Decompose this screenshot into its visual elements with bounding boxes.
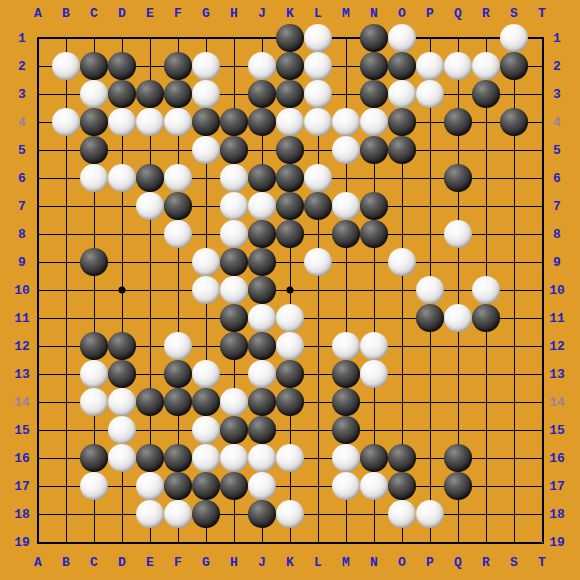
black-stone-H9[interactable] (220, 248, 248, 276)
column-label-top: E (146, 6, 154, 21)
black-stone-Q17[interactable] (444, 472, 472, 500)
white-stone-P2[interactable] (416, 52, 444, 80)
column-label-top: M (342, 6, 350, 21)
row-label-left: 11 (14, 311, 30, 326)
black-stone-K1[interactable] (276, 24, 304, 52)
row-label-left: 1 (18, 31, 26, 46)
white-stone-L3[interactable] (304, 80, 332, 108)
row-label-left: 19 (14, 535, 30, 550)
black-stone-H5[interactable] (220, 136, 248, 164)
column-label-top: H (230, 6, 238, 21)
white-stone-P18[interactable] (416, 500, 444, 528)
column-label-bottom: J (258, 555, 266, 570)
white-stone-H14[interactable] (220, 388, 248, 416)
black-stone-G14[interactable] (192, 388, 220, 416)
column-label-top: N (370, 6, 378, 21)
white-stone-C14[interactable] (80, 388, 108, 416)
black-stone-D13[interactable] (108, 360, 136, 388)
black-stone-C12[interactable] (80, 332, 108, 360)
black-stone-O4[interactable] (388, 108, 416, 136)
column-label-bottom: F (174, 555, 182, 570)
row-label-right: 7 (553, 199, 561, 214)
white-stone-R10[interactable] (472, 276, 500, 304)
column-label-top: D (118, 6, 126, 21)
column-label-top: K (286, 6, 294, 21)
row-label-right: 8 (553, 227, 561, 242)
white-stone-E18[interactable] (136, 500, 164, 528)
white-stone-L2[interactable] (304, 52, 332, 80)
white-stone-K11[interactable] (276, 304, 304, 332)
black-stone-G4[interactable] (192, 108, 220, 136)
black-stone-J3[interactable] (248, 80, 276, 108)
white-stone-M5[interactable] (332, 136, 360, 164)
black-stone-O16[interactable] (388, 444, 416, 472)
black-stone-S2[interactable] (500, 52, 528, 80)
white-stone-H10[interactable] (220, 276, 248, 304)
white-stone-P3[interactable] (416, 80, 444, 108)
column-label-bottom: Q (454, 555, 462, 570)
column-label-top: R (482, 6, 490, 21)
row-label-left: 4 (18, 115, 26, 130)
black-stone-K8[interactable] (276, 220, 304, 248)
star-point-K10 (287, 287, 294, 294)
column-label-bottom: E (146, 555, 154, 570)
white-stone-E7[interactable] (136, 192, 164, 220)
white-stone-E4[interactable] (136, 108, 164, 136)
go-board[interactable]: AABBCCDDEEFFGGHHJJKKLLMMNNOOPPQQRRSSTT11… (0, 0, 580, 580)
column-label-bottom: K (286, 555, 294, 570)
black-stone-F7[interactable] (164, 192, 192, 220)
white-stone-N17[interactable] (360, 472, 388, 500)
row-label-right: 16 (549, 451, 565, 466)
white-stone-M12[interactable] (332, 332, 360, 360)
white-stone-H7[interactable] (220, 192, 248, 220)
black-stone-E3[interactable] (136, 80, 164, 108)
black-stone-Q6[interactable] (444, 164, 472, 192)
white-stone-N12[interactable] (360, 332, 388, 360)
black-stone-J6[interactable] (248, 164, 276, 192)
black-stone-F2[interactable] (164, 52, 192, 80)
black-stone-J12[interactable] (248, 332, 276, 360)
black-stone-S4[interactable] (500, 108, 528, 136)
column-label-top: O (398, 6, 406, 21)
black-stone-K7[interactable] (276, 192, 304, 220)
black-stone-O2[interactable] (388, 52, 416, 80)
column-label-bottom: M (342, 555, 350, 570)
star-point-D10 (119, 287, 126, 294)
black-stone-O5[interactable] (388, 136, 416, 164)
black-stone-G17[interactable] (192, 472, 220, 500)
column-label-top: C (90, 6, 98, 21)
column-label-bottom: S (510, 555, 518, 570)
black-stone-C5[interactable] (80, 136, 108, 164)
black-stone-M14[interactable] (332, 388, 360, 416)
white-stone-C13[interactable] (80, 360, 108, 388)
white-stone-L6[interactable] (304, 164, 332, 192)
column-label-bottom: N (370, 555, 378, 570)
column-label-bottom: B (62, 555, 70, 570)
row-label-left: 7 (18, 199, 26, 214)
column-label-bottom: P (426, 555, 434, 570)
black-stone-P11[interactable] (416, 304, 444, 332)
white-stone-J7[interactable] (248, 192, 276, 220)
white-stone-Q2[interactable] (444, 52, 472, 80)
black-stone-M15[interactable] (332, 416, 360, 444)
white-stone-P10[interactable] (416, 276, 444, 304)
white-stone-C3[interactable] (80, 80, 108, 108)
white-stone-C17[interactable] (80, 472, 108, 500)
black-stone-F13[interactable] (164, 360, 192, 388)
black-stone-F17[interactable] (164, 472, 192, 500)
black-stone-J15[interactable] (248, 416, 276, 444)
black-stone-N1[interactable] (360, 24, 388, 52)
row-label-right: 14 (549, 395, 565, 410)
white-stone-D16[interactable] (108, 444, 136, 472)
row-label-left: 6 (18, 171, 26, 186)
column-label-top: G (202, 6, 210, 21)
white-stone-D14[interactable] (108, 388, 136, 416)
black-stone-F14[interactable] (164, 388, 192, 416)
black-stone-C9[interactable] (80, 248, 108, 276)
column-label-top: T (538, 6, 546, 21)
black-stone-C16[interactable] (80, 444, 108, 472)
column-label-bottom: R (482, 555, 490, 570)
black-stone-J10[interactable] (248, 276, 276, 304)
white-stone-N4[interactable] (360, 108, 388, 136)
row-label-left: 18 (14, 507, 30, 522)
row-label-left: 5 (18, 143, 26, 158)
white-stone-J13[interactable] (248, 360, 276, 388)
white-stone-H8[interactable] (220, 220, 248, 248)
black-stone-D3[interactable] (108, 80, 136, 108)
row-label-right: 18 (549, 507, 565, 522)
column-label-bottom: H (230, 555, 238, 570)
row-label-left: 15 (14, 423, 30, 438)
black-stone-H12[interactable] (220, 332, 248, 360)
row-label-left: 17 (14, 479, 30, 494)
black-stone-N5[interactable] (360, 136, 388, 164)
white-stone-L9[interactable] (304, 248, 332, 276)
white-stone-M17[interactable] (332, 472, 360, 500)
column-label-top: J (258, 6, 266, 21)
black-stone-N2[interactable] (360, 52, 388, 80)
row-label-right: 12 (549, 339, 565, 354)
black-stone-N7[interactable] (360, 192, 388, 220)
column-label-bottom: A (34, 555, 42, 570)
white-stone-G5[interactable] (192, 136, 220, 164)
column-label-bottom: D (118, 555, 126, 570)
white-stone-G15[interactable] (192, 416, 220, 444)
row-label-left: 16 (14, 451, 30, 466)
black-stone-D12[interactable] (108, 332, 136, 360)
white-stone-Q11[interactable] (444, 304, 472, 332)
white-stone-D15[interactable] (108, 416, 136, 444)
black-stone-J4[interactable] (248, 108, 276, 136)
white-stone-G3[interactable] (192, 80, 220, 108)
white-stone-D4[interactable] (108, 108, 136, 136)
white-stone-K18[interactable] (276, 500, 304, 528)
black-stone-K3[interactable] (276, 80, 304, 108)
white-stone-G2[interactable] (192, 52, 220, 80)
black-stone-M8[interactable] (332, 220, 360, 248)
white-stone-E17[interactable] (136, 472, 164, 500)
black-stone-H15[interactable] (220, 416, 248, 444)
white-stone-S1[interactable] (500, 24, 528, 52)
black-stone-M13[interactable] (332, 360, 360, 388)
row-label-right: 11 (549, 311, 565, 326)
black-stone-L7[interactable] (304, 192, 332, 220)
white-stone-F18[interactable] (164, 500, 192, 528)
row-label-left: 8 (18, 227, 26, 242)
black-stone-E6[interactable] (136, 164, 164, 192)
column-label-bottom: O (398, 555, 406, 570)
black-stone-K2[interactable] (276, 52, 304, 80)
column-label-top: L (314, 6, 322, 21)
white-stone-M7[interactable] (332, 192, 360, 220)
white-stone-J17[interactable] (248, 472, 276, 500)
white-stone-B2[interactable] (52, 52, 80, 80)
column-label-bottom: G (202, 555, 210, 570)
white-stone-F4[interactable] (164, 108, 192, 136)
black-stone-F16[interactable] (164, 444, 192, 472)
white-stone-Q8[interactable] (444, 220, 472, 248)
row-label-right: 1 (553, 31, 561, 46)
black-stone-K13[interactable] (276, 360, 304, 388)
row-label-left: 2 (18, 59, 26, 74)
white-stone-K16[interactable] (276, 444, 304, 472)
row-label-left: 10 (14, 283, 30, 298)
row-label-right: 2 (553, 59, 561, 74)
black-stone-H4[interactable] (220, 108, 248, 136)
black-stone-J8[interactable] (248, 220, 276, 248)
black-stone-K14[interactable] (276, 388, 304, 416)
row-label-left: 3 (18, 87, 26, 102)
row-label-right: 5 (553, 143, 561, 158)
white-stone-C6[interactable] (80, 164, 108, 192)
black-stone-N3[interactable] (360, 80, 388, 108)
black-stone-E14[interactable] (136, 388, 164, 416)
row-label-left: 14 (14, 395, 30, 410)
row-label-right: 4 (553, 115, 561, 130)
black-stone-C4[interactable] (80, 108, 108, 136)
white-stone-R2[interactable] (472, 52, 500, 80)
black-stone-D2[interactable] (108, 52, 136, 80)
black-stone-F3[interactable] (164, 80, 192, 108)
black-stone-C2[interactable] (80, 52, 108, 80)
white-stone-G16[interactable] (192, 444, 220, 472)
white-stone-G10[interactable] (192, 276, 220, 304)
white-stone-J2[interactable] (248, 52, 276, 80)
white-stone-N13[interactable] (360, 360, 388, 388)
black-stone-K5[interactable] (276, 136, 304, 164)
white-stone-O9[interactable] (388, 248, 416, 276)
column-label-bottom: L (314, 555, 322, 570)
white-stone-K12[interactable] (276, 332, 304, 360)
black-stone-H11[interactable] (220, 304, 248, 332)
white-stone-H6[interactable] (220, 164, 248, 192)
column-label-bottom: C (90, 555, 98, 570)
white-stone-O1[interactable] (388, 24, 416, 52)
black-stone-Q16[interactable] (444, 444, 472, 472)
row-label-right: 6 (553, 171, 561, 186)
white-stone-G13[interactable] (192, 360, 220, 388)
white-stone-D6[interactable] (108, 164, 136, 192)
white-stone-L4[interactable] (304, 108, 332, 136)
column-label-top: S (510, 6, 518, 21)
row-label-right: 13 (549, 367, 565, 382)
white-stone-B4[interactable] (52, 108, 80, 136)
white-stone-G9[interactable] (192, 248, 220, 276)
white-stone-F6[interactable] (164, 164, 192, 192)
white-stone-K4[interactable] (276, 108, 304, 136)
column-label-top: Q (454, 6, 462, 21)
column-label-bottom: T (538, 555, 546, 570)
row-label-right: 9 (553, 255, 561, 270)
black-stone-O17[interactable] (388, 472, 416, 500)
white-stone-M16[interactable] (332, 444, 360, 472)
row-label-left: 13 (14, 367, 30, 382)
black-stone-R11[interactable] (472, 304, 500, 332)
white-stone-L1[interactable] (304, 24, 332, 52)
black-stone-N16[interactable] (360, 444, 388, 472)
row-label-right: 3 (553, 87, 561, 102)
white-stone-J16[interactable] (248, 444, 276, 472)
white-stone-M4[interactable] (332, 108, 360, 136)
row-label-right: 17 (549, 479, 565, 494)
white-stone-F12[interactable] (164, 332, 192, 360)
white-stone-J11[interactable] (248, 304, 276, 332)
white-stone-O3[interactable] (388, 80, 416, 108)
column-label-top: F (174, 6, 182, 21)
row-label-left: 9 (18, 255, 26, 270)
row-label-right: 10 (549, 283, 565, 298)
column-label-top: B (62, 6, 70, 21)
black-stone-J18[interactable] (248, 500, 276, 528)
black-stone-Q4[interactable] (444, 108, 472, 136)
row-label-right: 15 (549, 423, 565, 438)
black-stone-K6[interactable] (276, 164, 304, 192)
black-stone-N8[interactable] (360, 220, 388, 248)
row-label-right: 19 (549, 535, 565, 550)
white-stone-H16[interactable] (220, 444, 248, 472)
black-stone-J9[interactable] (248, 248, 276, 276)
black-stone-J14[interactable] (248, 388, 276, 416)
black-stone-R3[interactable] (472, 80, 500, 108)
black-stone-E16[interactable] (136, 444, 164, 472)
column-label-top: P (426, 6, 434, 21)
black-stone-H17[interactable] (220, 472, 248, 500)
black-stone-G18[interactable] (192, 500, 220, 528)
white-stone-F8[interactable] (164, 220, 192, 248)
row-label-left: 12 (14, 339, 30, 354)
white-stone-O18[interactable] (388, 500, 416, 528)
column-label-top: A (34, 6, 42, 21)
